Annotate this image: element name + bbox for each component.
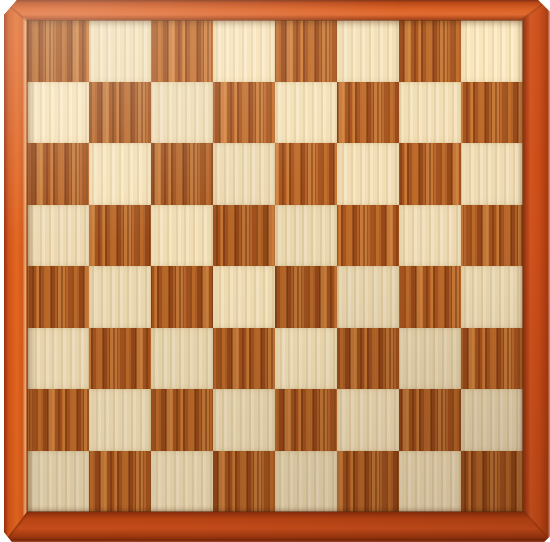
board-square[interactable] [27, 205, 89, 267]
board-square[interactable] [213, 451, 275, 513]
board-square[interactable] [213, 82, 275, 144]
board-square[interactable] [461, 205, 523, 267]
board-square[interactable] [151, 328, 213, 390]
board-square[interactable] [89, 451, 151, 513]
board-square[interactable] [275, 82, 337, 144]
board-square[interactable] [337, 328, 399, 390]
board-square[interactable] [337, 389, 399, 451]
board-square[interactable] [27, 82, 89, 144]
board-square[interactable] [27, 328, 89, 390]
frame-left [4, 0, 27, 542]
board-square[interactable] [213, 205, 275, 267]
board-square[interactable] [399, 143, 461, 205]
board-square[interactable] [461, 82, 523, 144]
board-square[interactable] [151, 82, 213, 144]
board-square[interactable] [213, 389, 275, 451]
board-square[interactable] [27, 451, 89, 513]
board-square[interactable] [27, 389, 89, 451]
board-square[interactable] [461, 266, 523, 328]
board-square[interactable] [337, 143, 399, 205]
board-square[interactable] [399, 266, 461, 328]
board-square[interactable] [399, 328, 461, 390]
board-square[interactable] [399, 205, 461, 267]
board-square[interactable] [89, 205, 151, 267]
board-square[interactable] [337, 82, 399, 144]
board-square[interactable] [213, 266, 275, 328]
board-square[interactable] [275, 451, 337, 513]
board-square[interactable] [461, 451, 523, 513]
board-square[interactable] [461, 328, 523, 390]
board-square[interactable] [275, 143, 337, 205]
frame-top [4, 0, 550, 20]
frame-right [523, 0, 550, 542]
board-square[interactable] [89, 20, 151, 82]
board-square[interactable] [399, 451, 461, 513]
board-square[interactable] [213, 20, 275, 82]
board-square[interactable] [213, 328, 275, 390]
board-square[interactable] [27, 143, 89, 205]
board-square[interactable] [275, 205, 337, 267]
board-square[interactable] [461, 389, 523, 451]
board-square[interactable] [89, 389, 151, 451]
board-square[interactable] [89, 143, 151, 205]
board-square[interactable] [275, 20, 337, 82]
board-square[interactable] [461, 20, 523, 82]
board-square[interactable] [89, 82, 151, 144]
board-square[interactable] [89, 328, 151, 390]
board-frame [4, 0, 550, 542]
board-square[interactable] [275, 328, 337, 390]
board-square[interactable] [27, 20, 89, 82]
board-square[interactable] [461, 143, 523, 205]
board-square[interactable] [337, 451, 399, 513]
board-square[interactable] [151, 389, 213, 451]
board-photo [0, 0, 550, 542]
board-square[interactable] [337, 266, 399, 328]
board-square[interactable] [151, 143, 213, 205]
board-square[interactable] [151, 205, 213, 267]
board-square[interactable] [399, 82, 461, 144]
board-square[interactable] [89, 266, 151, 328]
board-square[interactable] [213, 143, 275, 205]
board-square[interactable] [151, 451, 213, 513]
chess-board [27, 20, 523, 512]
frame-bottom [4, 512, 550, 542]
board-square[interactable] [399, 20, 461, 82]
board-square[interactable] [337, 205, 399, 267]
board-square[interactable] [275, 389, 337, 451]
board-square[interactable] [337, 20, 399, 82]
board-square[interactable] [27, 266, 89, 328]
board-square[interactable] [275, 266, 337, 328]
board-square[interactable] [151, 20, 213, 82]
board-square[interactable] [399, 389, 461, 451]
board-square[interactable] [151, 266, 213, 328]
